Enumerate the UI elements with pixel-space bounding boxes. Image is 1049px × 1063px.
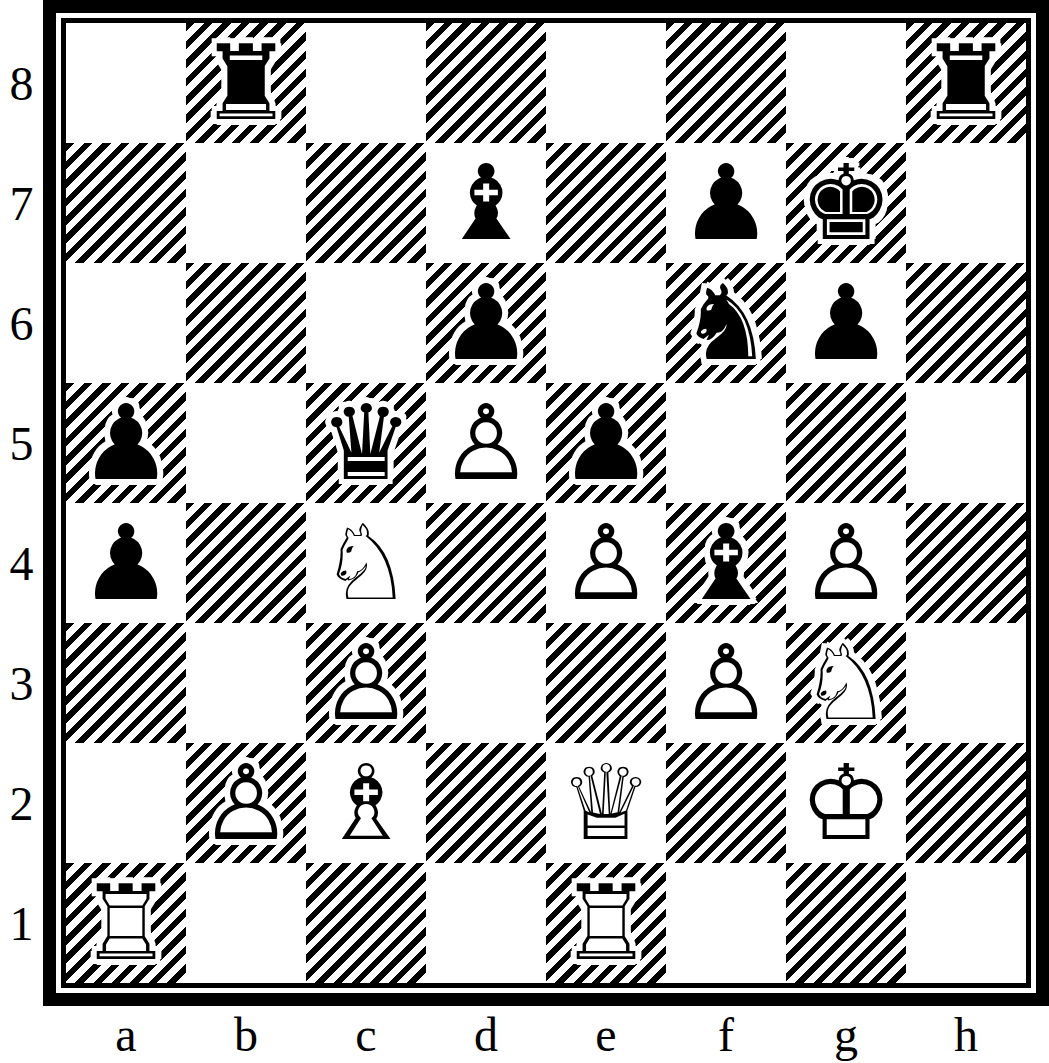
- piece-glyph: ♚: [786, 143, 906, 263]
- piece-black-pawn: ♟♟: [666, 143, 786, 263]
- piece-white-pawn: ♟♙: [546, 503, 666, 623]
- square-a8[interactable]: [66, 23, 186, 143]
- file-label-c: c: [306, 1006, 426, 1063]
- file-label-h: h: [906, 1006, 1026, 1063]
- piece-white-rook: ♜♖: [66, 863, 186, 983]
- square-h7[interactable]: [906, 143, 1026, 263]
- square-e8[interactable]: [546, 23, 666, 143]
- square-e4[interactable]: ♟♙: [546, 503, 666, 623]
- piece-black-pawn: ♟♟: [66, 383, 186, 503]
- square-h2[interactable]: [906, 743, 1026, 863]
- piece-glyph: ♟: [66, 503, 186, 623]
- square-g4[interactable]: ♟♙: [786, 503, 906, 623]
- piece-black-bishop: ♝♝: [426, 143, 546, 263]
- piece-black-pawn: ♟♟: [66, 503, 186, 623]
- rank-label-6: 6: [0, 263, 43, 383]
- square-e1[interactable]: ♜♖: [546, 863, 666, 983]
- piece-black-pawn: ♟♟: [786, 263, 906, 383]
- piece-white-knight: ♞♘: [306, 503, 426, 623]
- square-h5[interactable]: [906, 383, 1026, 503]
- rank-labels: 87654321: [0, 23, 43, 983]
- piece-black-knight: ♞♞: [666, 263, 786, 383]
- square-g8[interactable]: [786, 23, 906, 143]
- square-a7[interactable]: [66, 143, 186, 263]
- piece-glyph: ♝: [426, 143, 546, 263]
- square-g6[interactable]: ♟♟: [786, 263, 906, 383]
- square-d4[interactable]: [426, 503, 546, 623]
- piece-black-pawn: ♟♟: [426, 263, 546, 383]
- square-f8[interactable]: [666, 23, 786, 143]
- rank-label-8: 8: [0, 23, 43, 143]
- square-c3[interactable]: ♟♙: [306, 623, 426, 743]
- piece-white-pawn: ♟♙: [426, 383, 546, 503]
- file-label-d: d: [426, 1006, 546, 1063]
- piece-white-queen: ♛♕: [546, 743, 666, 863]
- square-d3[interactable]: [426, 623, 546, 743]
- piece-glyph: ♝: [666, 503, 786, 623]
- piece-glyph: ♘: [306, 503, 426, 623]
- square-d5[interactable]: ♟♙: [426, 383, 546, 503]
- chess-board: ♜♜♜♜♝♝♟♟♚♚♟♟♞♞♟♟♟♟♛♛♟♙♟♟♟♟♞♘♟♙♝♝♟♙♟♙♟♙♞♘…: [66, 23, 1026, 983]
- piece-glyph: ♙: [546, 503, 666, 623]
- rank-label-4: 4: [0, 503, 43, 623]
- square-b6[interactable]: [186, 263, 306, 383]
- piece-white-knight: ♞♘: [786, 623, 906, 743]
- square-a6[interactable]: [66, 263, 186, 383]
- piece-glyph: ♟: [666, 143, 786, 263]
- square-g1[interactable]: [786, 863, 906, 983]
- file-label-b: b: [186, 1006, 306, 1063]
- piece-glyph: ♟: [786, 263, 906, 383]
- square-b2[interactable]: ♟♙: [186, 743, 306, 863]
- piece-glyph: ♟: [546, 383, 666, 503]
- square-h4[interactable]: [906, 503, 1026, 623]
- square-b3[interactable]: [186, 623, 306, 743]
- file-label-e: e: [546, 1006, 666, 1063]
- square-b7[interactable]: [186, 143, 306, 263]
- piece-glyph: ♙: [786, 503, 906, 623]
- square-a2[interactable]: [66, 743, 186, 863]
- square-f5[interactable]: [666, 383, 786, 503]
- board-frame: ♜♜♜♜♝♝♟♟♚♚♟♟♞♞♟♟♟♟♛♛♟♙♟♟♟♟♞♘♟♙♝♝♟♙♟♙♟♙♞♘…: [43, 0, 1049, 1006]
- file-label-a: a: [66, 1006, 186, 1063]
- square-d6[interactable]: ♟♟: [426, 263, 546, 383]
- square-g2[interactable]: ♚♔: [786, 743, 906, 863]
- piece-glyph: ♙: [186, 743, 306, 863]
- piece-black-rook: ♜♜: [906, 23, 1026, 143]
- square-d8[interactable]: [426, 23, 546, 143]
- piece-glyph: ♟: [66, 383, 186, 503]
- square-c5[interactable]: ♛♛: [306, 383, 426, 503]
- file-label-f: f: [666, 1006, 786, 1063]
- piece-glyph: ♙: [666, 623, 786, 743]
- piece-white-pawn: ♟♙: [666, 623, 786, 743]
- rank-label-1: 1: [0, 863, 43, 983]
- square-b5[interactable]: [186, 383, 306, 503]
- square-f1[interactable]: [666, 863, 786, 983]
- piece-glyph: ♕: [546, 743, 666, 863]
- piece-glyph: ♟: [426, 263, 546, 383]
- square-h6[interactable]: [906, 263, 1026, 383]
- square-c1[interactable]: [306, 863, 426, 983]
- piece-black-bishop: ♝♝: [666, 503, 786, 623]
- piece-glyph: ♖: [546, 863, 666, 983]
- square-a1[interactable]: ♜♖: [66, 863, 186, 983]
- square-d7[interactable]: ♝♝: [426, 143, 546, 263]
- square-b4[interactable]: [186, 503, 306, 623]
- piece-white-pawn: ♟♙: [186, 743, 306, 863]
- piece-white-pawn: ♟♙: [786, 503, 906, 623]
- square-e3[interactable]: [546, 623, 666, 743]
- square-f4[interactable]: ♝♝: [666, 503, 786, 623]
- square-c7[interactable]: [306, 143, 426, 263]
- square-f2[interactable]: [666, 743, 786, 863]
- square-g3[interactable]: ♞♘: [786, 623, 906, 743]
- piece-white-pawn: ♟♙: [306, 623, 426, 743]
- rank-label-5: 5: [0, 383, 43, 503]
- square-g5[interactable]: [786, 383, 906, 503]
- rank-label-3: 3: [0, 623, 43, 743]
- square-h1[interactable]: [906, 863, 1026, 983]
- square-c6[interactable]: [306, 263, 426, 383]
- square-c8[interactable]: [306, 23, 426, 143]
- piece-white-bishop: ♝♗: [306, 743, 426, 863]
- square-h8[interactable]: ♜♜: [906, 23, 1026, 143]
- file-label-g: g: [786, 1006, 906, 1063]
- square-d2[interactable]: [426, 743, 546, 863]
- piece-glyph: ♞: [666, 263, 786, 383]
- square-a4[interactable]: ♟♟: [66, 503, 186, 623]
- piece-glyph: ♘: [786, 623, 906, 743]
- piece-black-queen: ♛♛: [306, 383, 426, 503]
- piece-black-king: ♚♚: [786, 143, 906, 263]
- square-c2[interactable]: ♝♗: [306, 743, 426, 863]
- square-e2[interactable]: ♛♕: [546, 743, 666, 863]
- square-e7[interactable]: [546, 143, 666, 263]
- piece-white-king: ♚♔: [786, 743, 906, 863]
- file-labels: abcdefgh: [66, 1006, 1026, 1063]
- board-inner-border: ♜♜♜♜♝♝♟♟♚♚♟♟♞♞♟♟♟♟♛♛♟♙♟♟♟♟♞♘♟♙♝♝♟♙♟♙♟♙♞♘…: [61, 18, 1031, 988]
- square-b1[interactable]: [186, 863, 306, 983]
- square-a3[interactable]: [66, 623, 186, 743]
- piece-black-rook: ♜♜: [186, 23, 306, 143]
- square-b8[interactable]: ♜♜: [186, 23, 306, 143]
- piece-white-rook: ♜♖: [546, 863, 666, 983]
- square-f6[interactable]: ♞♞: [666, 263, 786, 383]
- piece-glyph: ♜: [906, 23, 1026, 143]
- square-a5[interactable]: ♟♟: [66, 383, 186, 503]
- rank-label-2: 2: [0, 743, 43, 863]
- rank-label-7: 7: [0, 143, 43, 263]
- square-f7[interactable]: ♟♟: [666, 143, 786, 263]
- piece-glyph: ♛: [306, 383, 426, 503]
- square-e6[interactable]: [546, 263, 666, 383]
- piece-glyph: ♜: [186, 23, 306, 143]
- square-c4[interactable]: ♞♘: [306, 503, 426, 623]
- square-e5[interactable]: ♟♟: [546, 383, 666, 503]
- piece-black-pawn: ♟♟: [546, 383, 666, 503]
- chess-diagram: 87654321 ♜♜♜♜♝♝♟♟♚♚♟♟♞♞♟♟♟♟♛♛♟♙♟♟♟♟♞♘♟♙♝…: [0, 0, 1049, 1063]
- square-h3[interactable]: [906, 623, 1026, 743]
- piece-glyph: ♔: [786, 743, 906, 863]
- piece-glyph: ♙: [426, 383, 546, 503]
- square-f3[interactable]: ♟♙: [666, 623, 786, 743]
- piece-glyph: ♙: [306, 623, 426, 743]
- square-g7[interactable]: ♚♚: [786, 143, 906, 263]
- piece-glyph: ♗: [306, 743, 426, 863]
- piece-glyph: ♖: [66, 863, 186, 983]
- square-d1[interactable]: [426, 863, 546, 983]
